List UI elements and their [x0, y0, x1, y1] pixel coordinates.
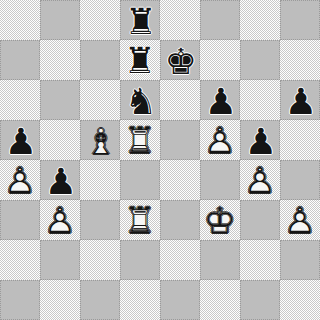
square-a4[interactable]: ♟♙	[0, 160, 40, 200]
square-e6[interactable]	[160, 80, 200, 120]
square-f4[interactable]	[200, 160, 240, 200]
square-c2[interactable]	[80, 240, 120, 280]
square-b8[interactable]	[40, 0, 80, 40]
square-c1[interactable]	[80, 280, 120, 320]
square-a2[interactable]	[0, 240, 40, 280]
square-f8[interactable]	[200, 0, 240, 40]
square-h4[interactable]	[280, 160, 320, 200]
square-b4[interactable]: ♟	[40, 160, 80, 200]
white-pawn-icon: ♟♙	[200, 120, 240, 160]
white-king-icon: ♚♔	[200, 200, 240, 240]
square-a8[interactable]	[0, 0, 40, 40]
piece-fill-layer: ♟	[280, 200, 320, 240]
square-h5[interactable]	[280, 120, 320, 160]
white-pawn-icon: ♟♙	[40, 200, 80, 240]
black-king-icon: ♚	[161, 41, 201, 81]
piece-fill-layer: ♜	[121, 1, 161, 41]
piece-outline-layer: ♖	[120, 200, 160, 240]
square-d8[interactable]: ♜	[120, 0, 160, 40]
square-b5[interactable]	[40, 120, 80, 160]
black-pawn-icon: ♟	[1, 121, 41, 161]
square-h3[interactable]: ♟♙	[280, 200, 320, 240]
square-a3[interactable]	[0, 200, 40, 240]
piece-outline-layer: ♗	[81, 121, 121, 161]
square-e8[interactable]	[160, 0, 200, 40]
white-pawn-icon: ♟♙	[280, 200, 320, 240]
square-c8[interactable]	[80, 0, 120, 40]
square-b6[interactable]	[40, 80, 80, 120]
piece-fill-layer: ♟	[200, 120, 240, 160]
piece-outline-layer: ♙	[0, 160, 40, 200]
white-rook-icon: ♜♖	[120, 120, 160, 160]
black-pawn-icon: ♟	[201, 81, 241, 121]
piece-outline-layer: ♙	[240, 160, 280, 200]
piece-fill-layer: ♟	[201, 81, 241, 121]
black-pawn-icon: ♟	[41, 161, 81, 201]
square-e5[interactable]	[160, 120, 200, 160]
square-d3[interactable]: ♜♖	[120, 200, 160, 240]
white-bishop-icon: ♝♗	[81, 121, 121, 161]
square-h2[interactable]	[280, 240, 320, 280]
piece-outline-layer: ♔	[200, 200, 240, 240]
square-e7[interactable]: ♚	[160, 40, 200, 80]
square-c3[interactable]	[80, 200, 120, 240]
black-rook-icon: ♜	[121, 1, 161, 41]
piece-outline-layer: ♙	[40, 200, 80, 240]
piece-fill-layer: ♟	[41, 161, 81, 201]
piece-fill-layer: ♜	[120, 200, 160, 240]
square-d6[interactable]: ♞	[120, 80, 160, 120]
piece-outline-layer: ♖	[120, 120, 160, 160]
piece-fill-layer: ♜	[120, 40, 160, 80]
square-b3[interactable]: ♟♙	[40, 200, 80, 240]
chess-board: ♜♜♚♞♟♟♟♝♗♜♖♟♙♟♟♙♟♟♙♟♙♜♖♚♔♟♙	[0, 0, 320, 320]
square-f2[interactable]	[200, 240, 240, 280]
piece-fill-layer: ♜	[120, 120, 160, 160]
square-h6[interactable]: ♟	[280, 80, 320, 120]
piece-fill-layer: ♝	[81, 121, 121, 161]
piece-fill-layer: ♟	[281, 81, 320, 121]
square-b7[interactable]	[40, 40, 80, 80]
piece-outline-layer: ♙	[200, 120, 240, 160]
square-g1[interactable]	[240, 280, 280, 320]
square-d1[interactable]	[120, 280, 160, 320]
square-f3[interactable]: ♚♔	[200, 200, 240, 240]
square-g5[interactable]: ♟	[240, 120, 280, 160]
square-c4[interactable]	[80, 160, 120, 200]
square-a7[interactable]	[0, 40, 40, 80]
square-g8[interactable]	[240, 0, 280, 40]
black-pawn-icon: ♟	[281, 81, 320, 121]
square-c7[interactable]	[80, 40, 120, 80]
square-g2[interactable]	[240, 240, 280, 280]
square-f7[interactable]	[200, 40, 240, 80]
black-rook-icon: ♜	[120, 40, 160, 80]
square-d7[interactable]: ♜	[120, 40, 160, 80]
square-c6[interactable]	[80, 80, 120, 120]
white-rook-icon: ♜♖	[120, 200, 160, 240]
square-g6[interactable]	[240, 80, 280, 120]
square-g4[interactable]: ♟♙	[240, 160, 280, 200]
white-pawn-icon: ♟♙	[0, 160, 40, 200]
square-g3[interactable]	[240, 200, 280, 240]
piece-fill-layer: ♟	[240, 160, 280, 200]
square-d2[interactable]	[120, 240, 160, 280]
piece-outline-layer: ♙	[280, 200, 320, 240]
piece-fill-layer: ♚	[161, 41, 201, 81]
square-e4[interactable]	[160, 160, 200, 200]
square-f5[interactable]: ♟♙	[200, 120, 240, 160]
square-e3[interactable]	[160, 200, 200, 240]
white-pawn-icon: ♟♙	[240, 160, 280, 200]
piece-fill-layer: ♟	[241, 121, 281, 161]
piece-fill-layer: ♟	[40, 200, 80, 240]
square-a6[interactable]	[0, 80, 40, 120]
square-h7[interactable]	[280, 40, 320, 80]
square-h1[interactable]	[280, 280, 320, 320]
square-e1[interactable]	[160, 280, 200, 320]
square-a1[interactable]	[0, 280, 40, 320]
square-c5[interactable]: ♝♗	[80, 120, 120, 160]
square-d4[interactable]	[120, 160, 160, 200]
square-h8[interactable]	[280, 0, 320, 40]
square-b2[interactable]	[40, 240, 80, 280]
square-d5[interactable]: ♜♖	[120, 120, 160, 160]
square-e2[interactable]	[160, 240, 200, 280]
square-f6[interactable]: ♟	[200, 80, 240, 120]
black-knight-icon: ♞	[121, 81, 161, 121]
square-a5[interactable]: ♟	[0, 120, 40, 160]
piece-fill-layer: ♟	[1, 121, 41, 161]
square-f1[interactable]	[200, 280, 240, 320]
piece-fill-layer: ♚	[200, 200, 240, 240]
black-pawn-icon: ♟	[241, 121, 281, 161]
square-g7[interactable]	[240, 40, 280, 80]
piece-fill-layer: ♞	[121, 81, 161, 121]
square-b1[interactable]	[40, 280, 80, 320]
piece-fill-layer: ♟	[0, 160, 40, 200]
